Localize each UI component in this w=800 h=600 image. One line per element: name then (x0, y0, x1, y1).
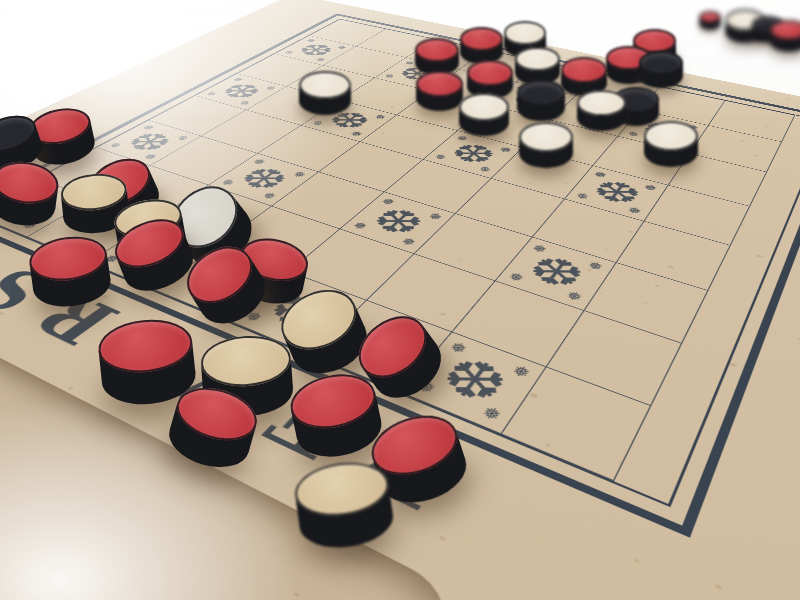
disc-board-wood (459, 93, 509, 136)
disc-tray-wood (292, 457, 397, 553)
disc-board-red (416, 71, 463, 111)
disc-tray-red (0, 157, 61, 229)
disc-board-red (460, 27, 503, 64)
disc-board-wood (644, 121, 698, 167)
disc-board-wood (299, 71, 351, 115)
photo-stage: ❆❅❅❅❅❆❅❅❅❅❆❅❅❅❅❆❅❅❅❅❆❅❅❅❅❆❅❅❅❅❆❅❅❅❅❆❅❅❅❅… (0, 0, 800, 600)
disc-far-red (770, 20, 800, 52)
disc-far-red (699, 11, 721, 30)
disc-tray-red (27, 231, 114, 311)
disc-board-edge (639, 51, 683, 88)
disc-board-wood (519, 122, 573, 168)
disc-board-wood (577, 90, 626, 132)
disc-board-edge (517, 80, 565, 121)
light-glare (0, 400, 300, 600)
disc-board-red (415, 38, 459, 75)
